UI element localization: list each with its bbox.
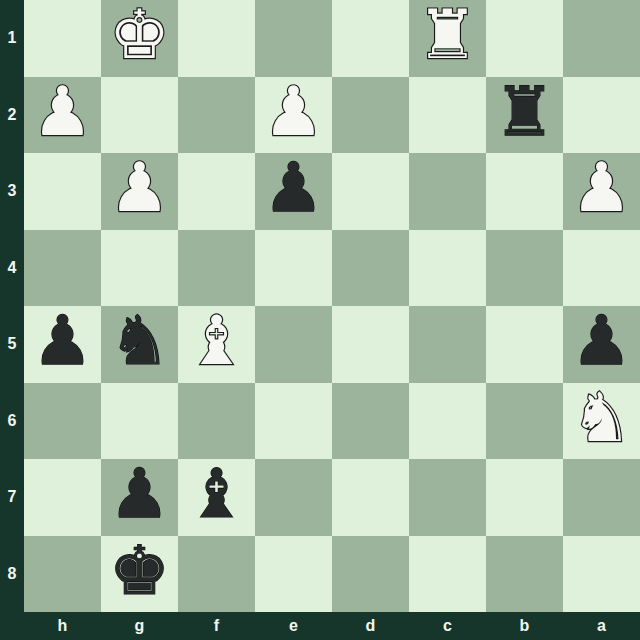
square-c3[interactable] — [409, 153, 486, 230]
square-g3[interactable]: ♟ — [101, 153, 178, 230]
square-e7[interactable] — [255, 459, 332, 536]
square-g7[interactable]: ♟ — [101, 459, 178, 536]
square-c2[interactable] — [409, 77, 486, 154]
square-h7[interactable] — [24, 459, 101, 536]
square-e3[interactable]: ♟ — [255, 153, 332, 230]
rank-label-6: 6 — [0, 383, 24, 460]
square-d3[interactable] — [332, 153, 409, 230]
square-f7[interactable]: ♝ — [178, 459, 255, 536]
white-pawn[interactable]: ♟ — [109, 154, 170, 222]
white-pawn[interactable]: ♟ — [571, 154, 632, 222]
square-e8[interactable] — [255, 536, 332, 613]
square-b8[interactable] — [486, 536, 563, 613]
rank-labels: 12345678 — [0, 0, 24, 612]
square-f5[interactable]: ♝ — [178, 306, 255, 383]
square-c7[interactable] — [409, 459, 486, 536]
white-king[interactable]: ♚ — [109, 1, 170, 69]
square-e6[interactable] — [255, 383, 332, 460]
file-labels: hgfedcba — [24, 612, 640, 640]
square-b2[interactable]: ♜ — [486, 77, 563, 154]
square-d2[interactable] — [332, 77, 409, 154]
square-d8[interactable] — [332, 536, 409, 613]
square-e4[interactable] — [255, 230, 332, 307]
chess-board[interactable]: ♚♜♟♟♜♟♟♟♟♞♝♟♞♟♝♚ — [24, 0, 640, 612]
square-f3[interactable] — [178, 153, 255, 230]
rank-label-8: 8 — [0, 536, 24, 613]
white-pawn[interactable]: ♟ — [263, 78, 324, 146]
square-e5[interactable] — [255, 306, 332, 383]
black-pawn[interactable]: ♟ — [109, 460, 170, 528]
square-c5[interactable] — [409, 306, 486, 383]
square-h1[interactable] — [24, 0, 101, 77]
square-d7[interactable] — [332, 459, 409, 536]
file-label-c: c — [409, 612, 486, 640]
square-g2[interactable] — [101, 77, 178, 154]
white-knight[interactable]: ♞ — [571, 384, 632, 452]
square-b6[interactable] — [486, 383, 563, 460]
square-f8[interactable] — [178, 536, 255, 613]
square-a2[interactable] — [563, 77, 640, 154]
square-h4[interactable] — [24, 230, 101, 307]
square-a3[interactable]: ♟ — [563, 153, 640, 230]
black-rook[interactable]: ♜ — [494, 78, 555, 146]
square-c8[interactable] — [409, 536, 486, 613]
square-f4[interactable] — [178, 230, 255, 307]
square-f2[interactable] — [178, 77, 255, 154]
rank-label-5: 5 — [0, 306, 24, 383]
square-f1[interactable] — [178, 0, 255, 77]
black-pawn[interactable]: ♟ — [32, 307, 93, 375]
square-c4[interactable] — [409, 230, 486, 307]
chess-board-widget: 12345678 ♚♜♟♟♜♟♟♟♟♞♝♟♞♟♝♚ hgfedcba — [0, 0, 640, 640]
square-e1[interactable] — [255, 0, 332, 77]
square-g6[interactable] — [101, 383, 178, 460]
file-label-e: e — [255, 612, 332, 640]
file-label-g: g — [101, 612, 178, 640]
square-a5[interactable]: ♟ — [563, 306, 640, 383]
square-g5[interactable]: ♞ — [101, 306, 178, 383]
square-h3[interactable] — [24, 153, 101, 230]
square-h2[interactable]: ♟ — [24, 77, 101, 154]
file-label-b: b — [486, 612, 563, 640]
rank-label-4: 4 — [0, 230, 24, 307]
square-a7[interactable] — [563, 459, 640, 536]
white-pawn[interactable]: ♟ — [32, 78, 93, 146]
square-d4[interactable] — [332, 230, 409, 307]
square-g1[interactable]: ♚ — [101, 0, 178, 77]
file-label-f: f — [178, 612, 255, 640]
black-pawn[interactable]: ♟ — [263, 154, 324, 222]
square-d1[interactable] — [332, 0, 409, 77]
black-bishop[interactable]: ♝ — [186, 460, 247, 528]
square-b4[interactable] — [486, 230, 563, 307]
square-h8[interactable] — [24, 536, 101, 613]
black-king[interactable]: ♚ — [109, 537, 170, 605]
square-a6[interactable]: ♞ — [563, 383, 640, 460]
file-label-d: d — [332, 612, 409, 640]
square-d5[interactable] — [332, 306, 409, 383]
white-bishop[interactable]: ♝ — [186, 307, 247, 375]
square-h6[interactable] — [24, 383, 101, 460]
square-d6[interactable] — [332, 383, 409, 460]
file-label-a: a — [563, 612, 640, 640]
square-b5[interactable] — [486, 306, 563, 383]
rank-label-7: 7 — [0, 459, 24, 536]
square-a4[interactable] — [563, 230, 640, 307]
rank-label-2: 2 — [0, 77, 24, 154]
rank-label-3: 3 — [0, 153, 24, 230]
square-b7[interactable] — [486, 459, 563, 536]
black-knight[interactable]: ♞ — [109, 307, 170, 375]
square-h5[interactable]: ♟ — [24, 306, 101, 383]
rank-label-1: 1 — [0, 0, 24, 77]
square-b1[interactable] — [486, 0, 563, 77]
square-g8[interactable]: ♚ — [101, 536, 178, 613]
square-f6[interactable] — [178, 383, 255, 460]
square-a1[interactable] — [563, 0, 640, 77]
white-rook[interactable]: ♜ — [417, 1, 478, 69]
black-pawn[interactable]: ♟ — [571, 307, 632, 375]
file-label-h: h — [24, 612, 101, 640]
square-a8[interactable] — [563, 536, 640, 613]
square-c6[interactable] — [409, 383, 486, 460]
square-b3[interactable] — [486, 153, 563, 230]
square-c1[interactable]: ♜ — [409, 0, 486, 77]
square-g4[interactable] — [101, 230, 178, 307]
square-e2[interactable]: ♟ — [255, 77, 332, 154]
